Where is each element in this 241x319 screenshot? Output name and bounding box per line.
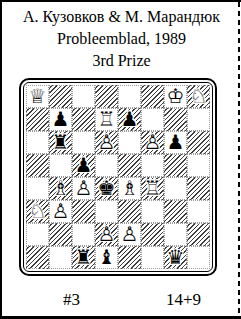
square-f1 — [141, 246, 164, 269]
square-h1 — [187, 246, 210, 269]
piece-white-rook-f4: ♜♖ — [141, 177, 164, 200]
square-b1 — [49, 246, 72, 269]
piece-glyph: ♜ — [72, 246, 95, 269]
piece-black-pawn-c5: ♟♟ — [72, 154, 95, 177]
square-f8 — [141, 85, 164, 108]
piece-black-bishop-d1: ♝♝ — [95, 246, 118, 269]
piece-white-pawn-c4: ♟♙ — [72, 177, 95, 200]
piece-glyph: ♕ — [26, 85, 49, 108]
piece-glyph: ♗ — [118, 177, 141, 200]
square-c1: ♜♜ — [72, 246, 95, 269]
piece-black-pawn-b7: ♟♟ — [49, 108, 72, 131]
square-g5 — [164, 154, 187, 177]
chessboard: ♛♕♚♔♞♘♟♟♜♖♟♟♜♜♟♙♟♙♟♟♟♟♝♗♟♙♚♚♝♗♜♖♞♘♟♙♟♙♟♙… — [19, 78, 217, 276]
authors: А. Кузовков & М. Марандюк — [2, 6, 241, 28]
square-a7 — [26, 108, 49, 131]
square-d7: ♜♖ — [95, 108, 118, 131]
square-a5 — [26, 154, 49, 177]
piece-black-rook-b6: ♜♜ — [49, 131, 72, 154]
piece-white-queen-a8: ♛♕ — [26, 85, 49, 108]
piece-white-pawn-d6: ♟♙ — [95, 131, 118, 154]
piece-glyph: ♟ — [118, 108, 141, 131]
square-e1 — [118, 246, 141, 269]
square-e2: ♟♙ — [118, 223, 141, 246]
piece-white-bishop-b4: ♝♗ — [49, 177, 72, 200]
square-f5 — [141, 154, 164, 177]
square-f2 — [141, 223, 164, 246]
stipulation: #3 — [63, 289, 80, 311]
square-c8 — [72, 85, 95, 108]
piece-glyph: ♘ — [26, 200, 49, 223]
square-h4 — [187, 177, 210, 200]
square-h5 — [187, 154, 210, 177]
square-c6 — [72, 131, 95, 154]
page: А. Кузовков & М. Марандюк Probleemblad, … — [0, 0, 241, 319]
piece-glyph: ♚ — [95, 177, 118, 200]
piece-glyph: ♙ — [141, 131, 164, 154]
piece-white-knight-a3: ♞♘ — [26, 200, 49, 223]
piece-white-rook-d7: ♜♖ — [95, 108, 118, 131]
square-e7: ♟♟ — [118, 108, 141, 131]
piece-white-pawn-f6: ♟♙ — [141, 131, 164, 154]
square-g3 — [164, 200, 187, 223]
square-d3 — [95, 200, 118, 223]
source: Probleemblad, 1989 — [2, 28, 241, 50]
square-c4: ♟♙ — [72, 177, 95, 200]
piece-glyph: ♛ — [164, 246, 187, 269]
square-a2 — [26, 223, 49, 246]
square-d4: ♚♚ — [95, 177, 118, 200]
piece-glyph: ♟ — [72, 154, 95, 177]
piece-glyph: ♜ — [49, 131, 72, 154]
square-c3 — [72, 200, 95, 223]
square-g7 — [164, 108, 187, 131]
square-a4 — [26, 177, 49, 200]
board-grid: ♛♕♚♔♞♘♟♟♜♖♟♟♜♜♟♙♟♙♟♟♟♟♝♗♟♙♚♚♝♗♜♖♞♘♟♙♟♙♟♙… — [26, 85, 210, 269]
square-b2 — [49, 223, 72, 246]
square-c5: ♟♟ — [72, 154, 95, 177]
square-b3: ♟♙ — [49, 200, 72, 223]
square-d8 — [95, 85, 118, 108]
square-f3 — [141, 200, 164, 223]
square-b4: ♝♗ — [49, 177, 72, 200]
square-h7 — [187, 108, 210, 131]
square-f7 — [141, 108, 164, 131]
piece-white-pawn-d2: ♟♙ — [95, 223, 118, 246]
square-b5 — [49, 154, 72, 177]
piece-glyph: ♔ — [164, 85, 187, 108]
piece-white-bishop-e4: ♝♗ — [118, 177, 141, 200]
piece-white-pawn-b3: ♟♙ — [49, 200, 72, 223]
square-h2 — [187, 223, 210, 246]
square-a3: ♞♘ — [26, 200, 49, 223]
square-e8 — [118, 85, 141, 108]
square-c7 — [72, 108, 95, 131]
square-e5 — [118, 154, 141, 177]
square-h6 — [187, 131, 210, 154]
piece-glyph: ♘ — [187, 85, 210, 108]
piece-glyph: ♙ — [95, 223, 118, 246]
square-d2: ♟♙ — [95, 223, 118, 246]
square-a6 — [26, 131, 49, 154]
square-d1: ♝♝ — [95, 246, 118, 269]
square-g6: ♟♟ — [164, 131, 187, 154]
square-f4: ♜♖ — [141, 177, 164, 200]
piece-white-king-g8: ♚♔ — [164, 85, 187, 108]
square-e4: ♝♗ — [118, 177, 141, 200]
material-count: 14+9 — [166, 289, 201, 311]
piece-glyph: ♟ — [49, 108, 72, 131]
piece-glyph: ♙ — [72, 177, 95, 200]
piece-black-rook-c1: ♜♜ — [72, 246, 95, 269]
square-e3 — [118, 200, 141, 223]
piece-glyph: ♙ — [49, 200, 72, 223]
square-b8 — [49, 85, 72, 108]
piece-black-queen-g1: ♛♛ — [164, 246, 187, 269]
piece-glyph: ♝ — [95, 246, 118, 269]
square-d6: ♟♙ — [95, 131, 118, 154]
piece-glyph: ♟ — [164, 131, 187, 154]
piece-black-pawn-g6: ♟♟ — [164, 131, 187, 154]
square-a1 — [26, 246, 49, 269]
award: 3rd Prize — [2, 50, 241, 72]
square-b6: ♜♜ — [49, 131, 72, 154]
piece-white-knight-h8: ♞♘ — [187, 85, 210, 108]
piece-black-king-d4: ♚♚ — [95, 177, 118, 200]
square-c2 — [72, 223, 95, 246]
square-g1: ♛♛ — [164, 246, 187, 269]
problem-header: А. Кузовков & М. Марандюк Probleemblad, … — [2, 2, 241, 72]
square-e6 — [118, 131, 141, 154]
square-g8: ♚♔ — [164, 85, 187, 108]
square-h8: ♞♘ — [187, 85, 210, 108]
piece-glyph: ♙ — [118, 223, 141, 246]
piece-glyph: ♗ — [49, 177, 72, 200]
caption-row: #3 14+9 — [2, 289, 241, 311]
chessboard-inner-frame: ♛♕♚♔♞♘♟♟♜♖♟♟♜♜♟♙♟♙♟♟♟♟♝♗♟♙♚♚♝♗♜♖♞♘♟♙♟♙♟♙… — [23, 82, 213, 272]
square-g4 — [164, 177, 187, 200]
square-a8: ♛♕ — [26, 85, 49, 108]
square-g2 — [164, 223, 187, 246]
piece-glyph: ♖ — [95, 108, 118, 131]
piece-glyph: ♙ — [95, 131, 118, 154]
piece-black-pawn-e7: ♟♟ — [118, 108, 141, 131]
square-h3 — [187, 200, 210, 223]
piece-white-pawn-e2: ♟♙ — [118, 223, 141, 246]
square-b7: ♟♟ — [49, 108, 72, 131]
square-d5 — [95, 154, 118, 177]
dashed-cut-line-right — [238, 2, 240, 316]
square-f6: ♟♙ — [141, 131, 164, 154]
piece-glyph: ♖ — [141, 177, 164, 200]
